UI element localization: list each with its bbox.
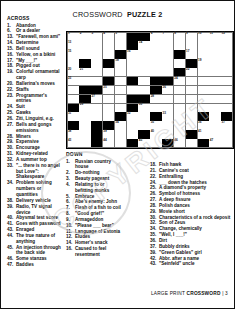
white-cell	[162, 50, 173, 58]
white-cell: 31	[68, 112, 79, 120]
clue-item: 4.Relating to or befitting monks	[66, 182, 123, 194]
white-cell: 10	[198, 33, 209, 41]
white-cell	[209, 104, 220, 112]
clue-text: "Seinfeld" uncle	[159, 261, 234, 267]
white-cell: 34	[115, 121, 126, 129]
white-cell	[138, 86, 149, 94]
cell-number: 3	[92, 32, 94, 35]
across-clues-column: ACROSS 1.Abandon6.Or a dealer13."Farewel…	[7, 15, 63, 268]
black-cell	[127, 33, 138, 41]
across-header: ACROSS	[7, 15, 63, 21]
white-cell	[115, 139, 126, 147]
white-cell	[79, 139, 90, 147]
white-cell	[221, 41, 232, 49]
cell-number: 39	[103, 130, 106, 133]
white-cell	[150, 41, 161, 49]
white-cell	[68, 86, 79, 94]
down-header: DOWN	[66, 151, 123, 157]
down-clue-list-2: 18.Fish hawk21.Canine's coat22.Enthralli…	[150, 162, 234, 267]
white-cell	[198, 86, 209, 94]
cell-number: 12	[222, 32, 225, 35]
white-cell	[162, 121, 173, 129]
black-cell	[91, 121, 102, 129]
clue-item: 39.Radio, TV signal device	[7, 204, 63, 216]
white-cell: 30	[138, 104, 149, 112]
clue-item: 34.Problem solving numbers or quantities	[7, 180, 63, 198]
white-cell	[91, 112, 102, 120]
black-cell	[127, 95, 138, 103]
white-cell	[221, 95, 232, 103]
white-cell	[127, 68, 138, 76]
white-cell: 26	[162, 86, 173, 94]
white-cell	[209, 41, 220, 49]
clue-item: 16.Caused to feel resentment	[66, 246, 123, 258]
white-cell	[174, 112, 185, 120]
white-cell: 15	[68, 50, 79, 58]
white-cell	[221, 68, 232, 76]
cell-number: 13	[68, 41, 71, 44]
white-cell	[91, 68, 102, 76]
cell-number: 14	[139, 41, 142, 44]
white-cell: 29	[79, 104, 90, 112]
cell-number: 19	[198, 59, 201, 62]
white-cell: 27	[91, 95, 102, 103]
white-cell	[115, 86, 126, 94]
cell-number: 7	[162, 32, 164, 35]
black-cell	[91, 139, 102, 147]
cell-number: 38	[68, 130, 71, 133]
clue-number: 43.	[150, 261, 159, 267]
black-cell	[127, 77, 138, 85]
white-cell	[138, 121, 149, 129]
white-cell: 28	[150, 95, 161, 103]
black-cell	[79, 86, 90, 94]
white-cell	[209, 68, 220, 76]
white-cell	[138, 68, 149, 76]
white-cell: 7	[162, 33, 173, 41]
white-cell	[221, 130, 232, 138]
cell-number: 2	[80, 32, 82, 35]
white-cell	[209, 86, 220, 94]
white-cell	[103, 104, 114, 112]
cell-number: 16	[127, 50, 130, 53]
cell-number: 17	[186, 50, 189, 53]
clue-text: Relating to or befitting monks	[75, 182, 123, 194]
white-cell: 2	[79, 33, 90, 41]
clue-item: 27.Bells and gongs emissions	[7, 122, 63, 134]
cell-number: 44	[103, 139, 106, 142]
white-cell	[103, 95, 114, 103]
clue-number: 34.	[7, 180, 16, 198]
white-cell	[221, 139, 232, 147]
white-cell: 22	[186, 68, 197, 76]
white-cell: 24	[174, 77, 185, 85]
white-cell: 32	[127, 112, 138, 120]
clue-item: 23.Programmer's entries	[7, 93, 63, 105]
white-cell	[79, 77, 90, 85]
white-cell	[209, 50, 220, 58]
clue-number: 45.	[7, 245, 16, 257]
white-cell	[127, 130, 138, 138]
black-cell	[186, 130, 197, 138]
cell-number: 5	[115, 32, 117, 35]
white-cell: 41	[198, 130, 209, 138]
clue-number: 27.	[7, 122, 16, 134]
black-cell	[150, 86, 161, 94]
down-clues-column-1: DOWN 1.Russian country house2.Do-nothing…	[66, 151, 123, 258]
white-cell	[103, 68, 114, 76]
cell-number: 31	[68, 112, 71, 115]
white-cell: 9	[186, 33, 197, 41]
cell-number: 37	[222, 121, 225, 124]
white-cell	[115, 104, 126, 112]
clue-item: 1.Russian country house	[66, 159, 123, 171]
white-cell	[150, 59, 161, 67]
clue-text: Colorful ornamental carp	[16, 69, 63, 81]
white-cell	[221, 77, 232, 85]
black-cell	[162, 139, 173, 147]
white-cell: 19	[198, 59, 209, 67]
white-cell	[186, 104, 197, 112]
white-cell	[138, 59, 149, 67]
white-cell	[127, 59, 138, 67]
white-cell: 46	[174, 139, 185, 147]
cell-number: 33	[162, 112, 165, 115]
white-cell	[91, 77, 102, 85]
white-cell	[79, 112, 90, 120]
crossword-grid: 1234567891011121314151617181920212223242…	[66, 31, 234, 149]
white-cell: 21	[79, 68, 90, 76]
white-cell	[103, 50, 114, 58]
white-cell	[79, 130, 90, 138]
white-cell: 6	[150, 33, 161, 41]
clue-item: 33."... there is no angel but Love": Sha…	[7, 163, 63, 181]
cell-number: 21	[80, 68, 83, 71]
clue-item: 43."Seinfeld" uncle	[150, 261, 234, 267]
white-cell	[162, 130, 173, 138]
cell-number: 30	[139, 103, 142, 106]
black-cell	[91, 130, 102, 138]
white-cell	[115, 41, 126, 49]
cell-number: 11	[210, 32, 213, 35]
white-cell	[103, 112, 114, 120]
white-cell: 45	[138, 139, 149, 147]
black-cell	[91, 86, 102, 94]
white-cell: 11	[209, 33, 220, 41]
white-cell	[186, 77, 197, 85]
clue-number: 1.	[66, 159, 75, 171]
cell-number: 1	[68, 32, 70, 35]
white-cell	[138, 77, 149, 85]
white-cell: 3	[91, 33, 102, 41]
cell-number: 6	[151, 32, 153, 35]
white-cell: 12	[221, 33, 232, 41]
down-clues-column-2: 18.Fish hawk21.Canine's coat22.Enthralli…	[150, 162, 234, 267]
clue-number: 33.	[7, 163, 16, 181]
white-cell	[127, 121, 138, 129]
cell-number: 15	[68, 50, 71, 53]
white-cell	[150, 68, 161, 76]
cell-number: 24	[174, 77, 177, 80]
cell-number: 41	[198, 130, 201, 133]
white-cell	[174, 104, 185, 112]
cell-number: 35	[151, 121, 154, 124]
clue-text: Bells and gongs emissions	[16, 122, 63, 134]
cell-number: 46	[174, 139, 177, 142]
clue-text: "... there is no angel but Love": Shakes…	[16, 163, 63, 181]
white-cell	[186, 86, 197, 94]
white-cell	[115, 77, 126, 85]
black-cell	[103, 59, 114, 67]
white-cell	[91, 50, 102, 58]
white-cell	[91, 104, 102, 112]
cell-number: 40	[151, 130, 154, 133]
white-cell	[209, 59, 220, 67]
white-cell: 17	[186, 50, 197, 58]
white-cell: 33	[162, 112, 173, 120]
white-cell	[174, 95, 185, 103]
clue-text: Baddies	[16, 262, 63, 268]
white-cell	[138, 50, 149, 58]
cell-number: 47	[210, 139, 213, 142]
cell-number: 45	[139, 139, 142, 142]
cell-number: 4	[103, 32, 105, 35]
white-cell	[91, 59, 102, 67]
white-cell	[115, 130, 126, 138]
white-cell	[198, 95, 209, 103]
white-cell	[174, 86, 185, 94]
white-cell	[103, 41, 114, 49]
across-clue-list: 1.Abandon6.Or a dealer13."Farewell, mon …	[7, 23, 63, 268]
clue-number: 23.	[7, 93, 16, 105]
cell-number: 25	[103, 86, 106, 89]
cell-number: 18	[115, 59, 118, 62]
clue-number: 16.	[66, 246, 75, 258]
cell-number: 23	[68, 77, 71, 80]
clue-text: Russian country house	[75, 159, 123, 171]
cell-number: 22	[186, 68, 189, 71]
cell-number: 9	[186, 32, 188, 35]
white-cell: 14	[138, 41, 149, 49]
cell-number: 26	[162, 86, 165, 89]
white-cell	[79, 121, 90, 129]
white-cell	[221, 86, 232, 94]
cell-number: 34	[115, 121, 118, 124]
cell-number: 8	[174, 32, 176, 35]
white-cell	[115, 95, 126, 103]
clue-number: 44.	[7, 233, 16, 245]
clue-text: Problem solving numbers or quantities	[16, 180, 63, 198]
page-title-puzzle-number: PUZZLE 2	[127, 10, 163, 19]
white-cell: 43	[68, 139, 79, 147]
black-cell	[150, 77, 161, 85]
white-cell	[162, 95, 173, 103]
clue-text: Caused to feel resentment	[75, 246, 123, 258]
white-cell	[198, 104, 209, 112]
white-cell	[221, 59, 232, 67]
footer-page-number: | 3	[222, 291, 228, 296]
clue-number: 47.	[7, 262, 16, 268]
cell-number: 27	[92, 95, 95, 98]
white-cell	[127, 86, 138, 94]
white-cell: 44	[103, 139, 114, 147]
white-cell: 4	[103, 33, 114, 41]
cell-number: 28	[151, 95, 154, 98]
white-cell	[186, 95, 197, 103]
white-cell	[138, 112, 149, 120]
white-cell: 5	[115, 33, 126, 41]
white-cell	[209, 121, 220, 129]
white-cell: 16	[127, 50, 138, 58]
black-cell	[127, 139, 138, 147]
clue-text: Programmer's entries	[16, 93, 63, 105]
page-title-word: CROSSWORD	[73, 10, 123, 19]
white-cell: 47	[209, 139, 220, 147]
white-cell: 18	[115, 59, 126, 67]
clue-text: The true nature of anything	[16, 233, 63, 245]
cell-number: 10	[198, 32, 201, 35]
cell-number: 36	[198, 121, 201, 124]
white-cell: 23	[68, 77, 79, 85]
white-cell	[209, 112, 220, 120]
clue-item: 47.Baddies	[7, 262, 63, 268]
clue-number: 4.	[66, 182, 75, 194]
clue-text: An injection through the back side	[16, 245, 63, 257]
clue-item: 45.An injection through the back side	[7, 245, 63, 257]
white-cell	[198, 68, 209, 76]
footer-book-name: CROSSWORD	[187, 291, 221, 296]
white-cell	[174, 41, 185, 49]
cell-number: 20	[68, 68, 71, 71]
white-cell: 25	[103, 86, 114, 94]
clue-text: Radio, TV signal device	[16, 204, 63, 216]
page-footer: LARGE PRINT CROSSWORD | 3	[151, 291, 228, 296]
crossword-page: CROSSWORD PUZZLE 2 123456789101112131415…	[0, 0, 235, 309]
white-cell	[162, 68, 173, 76]
cell-number: 43	[68, 139, 71, 142]
white-cell	[198, 41, 209, 49]
clue-item: 44.The true nature of anything	[7, 233, 63, 245]
black-cell	[198, 139, 209, 147]
footer-series-label: LARGE PRINT	[151, 291, 185, 296]
down-clue-list-1: 1.Russian country house2.Do-nothing3.Bea…	[66, 159, 123, 258]
white-cell	[221, 104, 232, 112]
clue-item: 19.Colorful ornamental carp	[7, 69, 63, 81]
white-cell	[209, 77, 220, 85]
white-cell	[209, 95, 220, 103]
white-cell	[150, 104, 161, 112]
white-cell	[162, 59, 173, 67]
white-cell	[174, 59, 185, 67]
white-cell	[79, 50, 90, 58]
white-cell	[174, 121, 185, 129]
clue-number: 19.	[7, 69, 16, 81]
cell-number: 32	[127, 112, 130, 115]
white-cell	[68, 95, 79, 103]
white-cell: 37	[221, 121, 232, 129]
white-cell	[186, 112, 197, 120]
white-cell	[186, 139, 197, 147]
cell-number: 29	[80, 103, 83, 106]
white-cell: 8	[174, 33, 185, 41]
white-cell	[186, 121, 197, 129]
black-cell	[174, 50, 185, 58]
white-cell	[91, 41, 102, 49]
white-cell	[79, 41, 90, 49]
white-cell	[115, 68, 126, 76]
clue-number: 39.	[7, 204, 16, 216]
white-cell	[150, 139, 161, 147]
white-cell	[150, 50, 161, 58]
white-cell	[198, 77, 209, 85]
white-cell: 40	[150, 130, 161, 138]
white-cell	[162, 41, 173, 49]
white-cell	[221, 50, 232, 58]
